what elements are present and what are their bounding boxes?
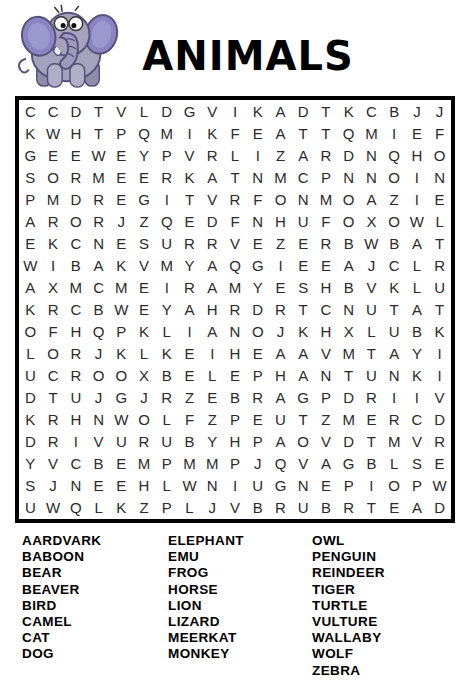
grid-cell: O	[292, 431, 315, 453]
grid-cell: K	[337, 100, 360, 122]
word-list-item: REINDEER	[312, 565, 385, 581]
grid-cell: T	[383, 298, 406, 320]
grid-cell: D	[337, 387, 360, 409]
grid-cell: K	[246, 100, 269, 122]
grid-cell: X	[42, 276, 65, 298]
grid-cell: W	[110, 298, 133, 320]
grid-cell: O	[87, 365, 110, 387]
grid-cell: J	[42, 475, 65, 497]
grid-cell: T	[360, 497, 383, 519]
grid-cell: B	[155, 365, 178, 387]
grid-cell: O	[42, 343, 65, 365]
grid-cell: B	[383, 100, 406, 122]
grid-cell: L	[224, 144, 247, 166]
grid-cell: K	[406, 365, 429, 387]
grid-cell: J	[360, 254, 383, 276]
grid-cell: T	[292, 122, 315, 144]
grid-cell: W	[406, 210, 429, 232]
grid-cell: T	[428, 232, 451, 254]
grid-cell: H	[315, 321, 338, 343]
grid-cell: U	[269, 409, 292, 431]
word-search-page: { "game": "word-search", "title": "ANIMA…	[0, 0, 470, 681]
grid-cell: A	[87, 254, 110, 276]
grid-cell: D	[201, 210, 224, 232]
grid-cell: H	[224, 431, 247, 453]
grid-cell: P	[224, 453, 247, 475]
grid-cell: M	[315, 188, 338, 210]
grid-cell: H	[269, 210, 292, 232]
grid-cell: H	[64, 409, 87, 431]
word-list-item: HORSE	[168, 582, 244, 598]
grid-cell: X	[133, 365, 156, 387]
grid-cell: B	[383, 232, 406, 254]
grid-cell: H	[64, 122, 87, 144]
grid-cell: R	[64, 365, 87, 387]
word-list-item: BEAR	[22, 565, 101, 581]
grid-cell: Z	[269, 144, 292, 166]
grid-cell: U	[360, 298, 383, 320]
grid-cell: H	[133, 475, 156, 497]
grid-cell: V	[178, 144, 201, 166]
word-list-item: DOG	[22, 646, 101, 662]
word-list-item: WALLABY	[312, 630, 385, 646]
grid-cell: M	[155, 122, 178, 144]
grid-cell: D	[64, 100, 87, 122]
grid-cell: Q	[133, 122, 156, 144]
grid-cell: M	[64, 276, 87, 298]
grid-cell: H	[224, 343, 247, 365]
grid-cell: P	[315, 387, 338, 409]
grid-cell: M	[42, 188, 65, 210]
grid-cell: L	[383, 453, 406, 475]
grid-cell: O	[383, 166, 406, 188]
grid-cell: A	[201, 254, 224, 276]
grid-cell: L	[133, 343, 156, 365]
grid-cell: I	[201, 343, 224, 365]
grid-cell: L	[155, 321, 178, 343]
grid-cell: K	[110, 497, 133, 519]
word-list-item: BABOON	[22, 549, 101, 565]
grid-cell: I	[269, 254, 292, 276]
grid-cell: A	[269, 387, 292, 409]
grid-cell: I	[406, 188, 429, 210]
grid-cell: H	[315, 276, 338, 298]
grid-cell: R	[42, 298, 65, 320]
grid-cell: S	[292, 276, 315, 298]
grid-cell: L	[360, 321, 383, 343]
grid-cell: P	[337, 475, 360, 497]
grid-cell: S	[19, 475, 42, 497]
grid-cell: D	[428, 409, 451, 431]
grid-cell: Z	[133, 497, 156, 519]
grid-cell: V	[42, 453, 65, 475]
grid-cell: E	[428, 188, 451, 210]
grid-cell: Z	[315, 409, 338, 431]
grid-cell: V	[87, 431, 110, 453]
grid-cell: R	[178, 276, 201, 298]
grid-cell: D	[292, 100, 315, 122]
grid-cell: N	[87, 232, 110, 254]
grid-cell: V	[110, 100, 133, 122]
elephant-mascot-image	[10, 4, 128, 92]
word-list-item: PENGUIN	[312, 549, 385, 565]
grid-cell: R	[269, 298, 292, 320]
word-list-item: TIGER	[312, 582, 385, 598]
grid-cell: C	[42, 365, 65, 387]
grid-cell: E	[428, 453, 451, 475]
grid-cell: I	[178, 122, 201, 144]
grid-cell: P	[155, 144, 178, 166]
grid-cell: A	[19, 276, 42, 298]
grid-cell: O	[133, 409, 156, 431]
grid-cell: R	[155, 166, 178, 188]
word-list-column-2: ELEPHANTEMUFROGHORSELIONLIZARDMEERKATMON…	[168, 533, 244, 663]
grid-cell: N	[383, 365, 406, 387]
grid-cell: U	[19, 497, 42, 519]
grid-cell: U	[383, 321, 406, 343]
grid-cell: R	[269, 497, 292, 519]
grid-cell: N	[87, 409, 110, 431]
word-list-item: ZEBRA	[312, 663, 385, 679]
grid-cell: U	[292, 497, 315, 519]
grid-cell: N	[224, 321, 247, 343]
grid-cell: M	[337, 343, 360, 365]
grid-cell: Z	[383, 188, 406, 210]
grid-cell: R	[315, 232, 338, 254]
grid-cell: R	[42, 431, 65, 453]
grid-cell: K	[19, 409, 42, 431]
grid-cell: U	[360, 365, 383, 387]
grid-cell: K	[19, 298, 42, 320]
grid-cell: K	[383, 276, 406, 298]
grid-cell: U	[155, 232, 178, 254]
grid-cell: O	[110, 365, 133, 387]
grid-cell: J	[269, 321, 292, 343]
grid-cell: H	[406, 144, 429, 166]
grid-cell: T	[224, 166, 247, 188]
grid-cell: E	[246, 122, 269, 144]
grid-cell: E	[110, 232, 133, 254]
grid-cell: G	[292, 387, 315, 409]
grid-cell: P	[246, 365, 269, 387]
word-list-column-1: AARDVARKBABOONBEARBEAVERBIRDCAMELCATDOG	[22, 533, 101, 663]
grid-cell: L	[155, 409, 178, 431]
word-grid: CCDTVLDGVIKADTKCBJJKWHTPQMIKFEATTQMIEFGE…	[15, 96, 455, 523]
grid-cell: A	[292, 365, 315, 387]
grid-cell: I	[428, 343, 451, 365]
grid-cell: G	[133, 188, 156, 210]
grid-cell: O	[337, 188, 360, 210]
grid-cell: N	[360, 144, 383, 166]
grid-cell: P	[110, 122, 133, 144]
grid-cell: T	[315, 122, 338, 144]
grid-cell: U	[19, 365, 42, 387]
puzzle-title: ANIMALS	[128, 34, 368, 78]
grid-cell: A	[383, 343, 406, 365]
elephant-tail	[19, 59, 29, 73]
grid-cell: Z	[133, 210, 156, 232]
grid-cell: K	[42, 232, 65, 254]
grid-cell: V	[428, 387, 451, 409]
grid-cell: B	[406, 321, 429, 343]
grid-cell: T	[87, 122, 110, 144]
grid-cell: R	[428, 254, 451, 276]
grid-cell: K	[19, 122, 42, 144]
grid-cell: O	[383, 475, 406, 497]
grid-cell: V	[360, 276, 383, 298]
grid-cell: O	[337, 210, 360, 232]
grid-cell: V	[201, 188, 224, 210]
grid-cell: O	[269, 188, 292, 210]
grid-cell: W	[178, 475, 201, 497]
grid-cell: J	[246, 453, 269, 475]
grid-cell: E	[246, 232, 269, 254]
grid-cell: Q	[269, 453, 292, 475]
grid-cell: D	[337, 144, 360, 166]
grid-cell: D	[64, 188, 87, 210]
grid-cell: A	[406, 232, 429, 254]
grid-cell: B	[337, 276, 360, 298]
grid-cell: Z	[201, 409, 224, 431]
grid-cell: T	[360, 343, 383, 365]
grid-cell: K	[155, 343, 178, 365]
grid-cell: Q	[64, 497, 87, 519]
grid-cell: E	[406, 122, 429, 144]
grid-cell: T	[360, 431, 383, 453]
word-list-item: FROG	[168, 565, 244, 581]
grid-cell: A	[406, 497, 429, 519]
grid-cell: P	[155, 497, 178, 519]
grid-cell: T	[42, 387, 65, 409]
grid-cell: A	[269, 431, 292, 453]
grid-cell: S	[19, 166, 42, 188]
grid-cell: M	[383, 431, 406, 453]
grid-cell: R	[337, 497, 360, 519]
grid-cell: I	[64, 431, 87, 453]
grid-cell: W	[87, 144, 110, 166]
grid-cell: L	[155, 475, 178, 497]
grid-cell: Y	[246, 276, 269, 298]
grid-cell: O	[383, 210, 406, 232]
grid-cell: E	[292, 232, 315, 254]
grid-cell: N	[360, 166, 383, 188]
grid-cell: Y	[133, 144, 156, 166]
grid-cell: F	[224, 210, 247, 232]
grid-cell: E	[64, 144, 87, 166]
grid-cell: K	[110, 343, 133, 365]
grid-cell: G	[19, 144, 42, 166]
grid-cell: I	[406, 166, 429, 188]
grid-cell: E	[110, 166, 133, 188]
word-list-item: AARDVARK	[22, 533, 101, 549]
grid-cell: I	[155, 188, 178, 210]
grid-cell: R	[42, 210, 65, 232]
grid-cell: D	[337, 431, 360, 453]
grid-cell: M	[269, 166, 292, 188]
grid-cell: I	[155, 276, 178, 298]
grid-cell: L	[406, 254, 429, 276]
grid-cell: N	[292, 475, 315, 497]
grid-cell: K	[110, 254, 133, 276]
grid-cell: O	[246, 321, 269, 343]
grid-cell: R	[360, 387, 383, 409]
grid-cell: M	[224, 276, 247, 298]
word-list-item: BEAVER	[22, 582, 101, 598]
grid-cell: W	[42, 122, 65, 144]
grid-cell: K	[178, 166, 201, 188]
grid-cell: C	[64, 298, 87, 320]
grid-cell: E	[246, 409, 269, 431]
grid-cell: P	[406, 475, 429, 497]
grid-cell: P	[246, 431, 269, 453]
grid-cell: N	[246, 210, 269, 232]
grid-cell: D	[19, 431, 42, 453]
elephant-eye	[69, 17, 83, 31]
grid-cell: C	[315, 298, 338, 320]
grid-cell: A	[360, 188, 383, 210]
grid-cell: F	[246, 188, 269, 210]
grid-cell: G	[337, 453, 360, 475]
grid-cell: V	[224, 497, 247, 519]
grid-cell: N	[292, 188, 315, 210]
word-list-item: CAMEL	[22, 614, 101, 630]
grid-cell: K	[201, 122, 224, 144]
grid-cell: M	[360, 122, 383, 144]
word-list-item: ELEPHANT	[168, 533, 244, 549]
grid-cell: H	[201, 298, 224, 320]
grid-cell: J	[201, 497, 224, 519]
grid-cell: E	[110, 453, 133, 475]
grid-cell: P	[224, 409, 247, 431]
grid-cell: E	[110, 144, 133, 166]
grid-cell: J	[87, 387, 110, 409]
grid-cell: E	[133, 166, 156, 188]
grid-cell: J	[110, 210, 133, 232]
grid-cell: S	[133, 232, 156, 254]
grid-cell: C	[383, 254, 406, 276]
grid-cell: G	[110, 387, 133, 409]
grid-cell: A	[292, 144, 315, 166]
grid-cell: V	[133, 254, 156, 276]
grid-cell: A	[269, 343, 292, 365]
grid-cell: K	[133, 321, 156, 343]
grid-cell: E	[110, 188, 133, 210]
grid-cell: M	[110, 276, 133, 298]
grid-cell: E	[133, 298, 156, 320]
grid-cell: N	[337, 298, 360, 320]
grid-cell: M	[87, 166, 110, 188]
grid-cell: L	[87, 497, 110, 519]
grid-cell: Y	[178, 254, 201, 276]
grid-cell: Q	[337, 122, 360, 144]
grid-cell: U	[110, 431, 133, 453]
grid-cell: I	[406, 387, 429, 409]
grid-cell: W	[110, 409, 133, 431]
grid-cell: K	[428, 321, 451, 343]
grid-cell: U	[246, 475, 269, 497]
grid-cell: V	[224, 232, 247, 254]
grid-cell: C	[406, 409, 429, 431]
grid-cell: B	[246, 497, 269, 519]
grid-cell: Q	[383, 144, 406, 166]
word-list-item: LION	[168, 598, 244, 614]
grid-cell: V	[315, 343, 338, 365]
grid-cell: A	[201, 166, 224, 188]
grid-cell: R	[201, 144, 224, 166]
grid-cell: G	[178, 100, 201, 122]
grid-cell: M	[337, 409, 360, 431]
word-list-item: EMU	[168, 549, 244, 565]
grid-cell: Y	[406, 343, 429, 365]
grid-cell: N	[315, 365, 338, 387]
grid-cell: E	[178, 210, 201, 232]
grid-cell: N	[337, 166, 360, 188]
grid-cell: I	[246, 144, 269, 166]
grid-cell: E	[292, 254, 315, 276]
grid-cell: E	[383, 497, 406, 519]
word-list-item: TURTLE	[312, 598, 385, 614]
word-list-item: MEERKAT	[168, 630, 244, 646]
grid-cell: Y	[19, 453, 42, 475]
grid-cell: E	[269, 276, 292, 298]
grid-cell: J	[133, 387, 156, 409]
grid-cell: Y	[201, 431, 224, 453]
grid-cell: P	[19, 188, 42, 210]
grid-cell: G	[269, 475, 292, 497]
grid-cell: A	[406, 298, 429, 320]
grid-cell: I	[178, 321, 201, 343]
grid-cell: A	[19, 210, 42, 232]
grid-cell: H	[269, 365, 292, 387]
grid-cell: R	[64, 343, 87, 365]
grid-cell: E	[133, 276, 156, 298]
grid-cell: T	[428, 298, 451, 320]
word-list-column-3: OWLPENGUINREINDEERTIGERTURTLEVULTUREWALL…	[312, 533, 385, 679]
grid-cell: E	[224, 365, 247, 387]
grid-cell: B	[87, 298, 110, 320]
grid-cell: A	[178, 298, 201, 320]
grid-cell: I	[224, 475, 247, 497]
grid-cell: R	[133, 431, 156, 453]
grid-cell: A	[201, 276, 224, 298]
grid-cell: E	[201, 387, 224, 409]
grid-cell: W	[42, 497, 65, 519]
elephant-eye	[54, 17, 68, 31]
word-list-item: OWL	[312, 533, 385, 549]
grid-cell: B	[224, 387, 247, 409]
grid-cell: T	[315, 100, 338, 122]
grid-cell: D	[246, 298, 269, 320]
grid-cell: C	[19, 100, 42, 122]
grid-cell: R	[155, 387, 178, 409]
grid-cell: B	[87, 453, 110, 475]
grid-cell: F	[178, 409, 201, 431]
grid-cell: C	[292, 166, 315, 188]
grid-cell: F	[315, 210, 338, 232]
grid-cell: E	[19, 232, 42, 254]
grid-cell: E	[87, 475, 110, 497]
grid-cell: C	[360, 100, 383, 122]
grid-cell: E	[315, 475, 338, 497]
grid-cell: T	[87, 100, 110, 122]
grid-cell: R	[246, 387, 269, 409]
grid-cell: C	[87, 276, 110, 298]
grid-cell: P	[155, 453, 178, 475]
grid-cell: N	[428, 166, 451, 188]
word-list: AARDVARKBABOONBEARBEAVERBIRDCAMELCATDOG …	[0, 533, 470, 681]
grid-cell: Q	[87, 321, 110, 343]
word-list-item: CAT	[22, 630, 101, 646]
